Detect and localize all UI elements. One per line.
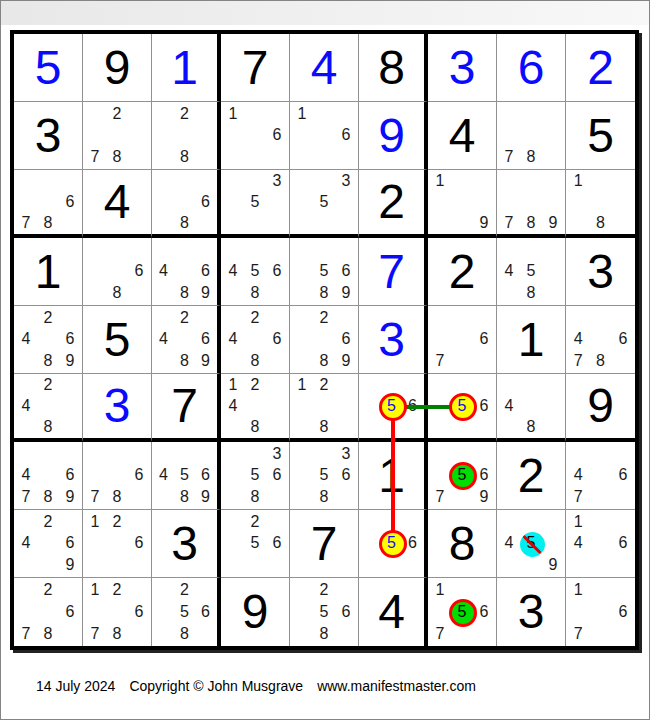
candidate-digit[interactable]: 9 — [335, 350, 357, 372]
candidate-digit[interactable]: 2 — [106, 579, 128, 601]
candidate-slot — [244, 443, 266, 465]
candidate-digit[interactable]: 6 — [612, 329, 634, 351]
candidate-digit[interactable]: 6 — [612, 533, 634, 555]
candidate-digit[interactable]: 8 — [106, 623, 128, 645]
cell-r7c9[interactable]: 467 — [566, 442, 635, 510]
candidate-digit[interactable]: 7 — [429, 623, 451, 645]
cell-r2c8[interactable]: 78 — [497, 102, 566, 170]
candidate-slot — [429, 416, 451, 437]
given-digit: 8 — [359, 34, 424, 101]
given-digit: 3 — [14, 102, 82, 169]
candidate-slot — [402, 511, 423, 533]
candidate-digit[interactable]: 8 — [174, 486, 195, 508]
candidate-digit[interactable]: 9 — [59, 554, 81, 576]
candidate-slot — [84, 282, 106, 304]
cell-r1c3[interactable]: 1 — [152, 34, 221, 102]
cell-r5c4[interactable]: 2468 — [221, 306, 290, 374]
candidate-digit[interactable]: 8 — [37, 416, 59, 437]
cell-r1c9[interactable]: 2 — [566, 34, 635, 102]
candidate-slot — [567, 212, 589, 233]
candidate-digit[interactable]: 8 — [244, 416, 266, 437]
cell-r3c6[interactable]: 2 — [359, 170, 428, 238]
candidate-digit[interactable]: 2 — [174, 579, 195, 601]
candidate-slot — [128, 239, 150, 261]
candidate-slot — [335, 146, 357, 168]
candidate-digit[interactable]: 8 — [244, 282, 266, 304]
candidate-digit[interactable]: 5 — [313, 465, 335, 487]
candidate-digit[interactable]: 5 — [244, 192, 266, 213]
candidate-digit[interactable]: 3 — [335, 443, 357, 465]
candidate-slot — [451, 171, 473, 192]
candidate-digit[interactable]: 8 — [589, 350, 611, 372]
candidate-slot — [291, 212, 313, 233]
candidate-digit[interactable]: 5 — [451, 601, 473, 623]
candidate-digit[interactable]: 1 — [567, 511, 589, 533]
candidate-grid: 12678 — [84, 579, 150, 645]
candidate-digit[interactable]: 1 — [291, 103, 313, 125]
candidate-slot — [244, 146, 266, 168]
candidate-slot — [15, 375, 37, 396]
cell-r3c4[interactable]: 35 — [221, 170, 290, 238]
candidate-digit[interactable]: 6 — [195, 601, 216, 623]
cell-r1c4[interactable]: 7 — [221, 34, 290, 102]
candidate-grid: 2469 — [15, 511, 81, 576]
cell-r4c5[interactable]: 5689 — [290, 238, 359, 306]
candidate-digit[interactable]: 4 — [222, 396, 244, 417]
candidate-digit[interactable]: 5 — [313, 261, 335, 283]
candidate-digit[interactable]: 7 — [567, 486, 589, 508]
cell-r9c1[interactable]: 2678 — [14, 578, 83, 646]
cell-r6c2[interactable]: 3 — [83, 374, 152, 442]
given-digit: 7 — [290, 510, 358, 577]
candidate-digit[interactable]: 6 — [266, 465, 288, 487]
candidate-digit[interactable]: 2 — [174, 307, 195, 329]
candidate-slot — [335, 375, 357, 396]
cell-r4c1[interactable]: 1 — [14, 238, 83, 306]
candidate-digit[interactable]: 7 — [498, 212, 520, 233]
candidate-digit[interactable]: 7 — [15, 212, 37, 233]
candidate-digit[interactable]: 5 — [174, 465, 195, 487]
candidate-digit[interactable]: 6 — [59, 465, 81, 487]
candidate-digit[interactable]: 4 — [153, 261, 174, 283]
candidate-digit[interactable]: 2 — [37, 307, 59, 329]
candidate-digit[interactable]: 5 — [520, 261, 542, 283]
cell-r4c2[interactable]: 68 — [83, 238, 152, 306]
candidate-digit[interactable]: 6 — [128, 533, 150, 555]
candidate-slot — [612, 486, 634, 508]
candidate-digit[interactable]: 8 — [244, 350, 266, 372]
candidate-slot — [451, 350, 473, 372]
candidate-digit[interactable]: 5 — [313, 192, 335, 213]
cell-r4c9[interactable]: 3 — [566, 238, 635, 306]
candidate-slot — [542, 511, 564, 533]
candidate-digit[interactable]: 6 — [59, 533, 81, 555]
cell-r3c2[interactable]: 4 — [83, 170, 152, 238]
candidate-digit[interactable]: 2 — [313, 375, 335, 396]
cell-r5c3[interactable]: 24689 — [152, 306, 221, 374]
candidate-digit[interactable]: 4 — [15, 533, 37, 555]
candidate-slot — [222, 171, 244, 192]
cell-r4c6[interactable]: 7 — [359, 238, 428, 306]
candidate-digit[interactable]: 6 — [612, 601, 634, 623]
candidate-digit[interactable]: 8 — [174, 350, 195, 372]
candidate-digit[interactable]: 2 — [37, 579, 59, 601]
cell-r1c5[interactable]: 4 — [290, 34, 359, 102]
candidate-digit[interactable]: 4 — [498, 261, 520, 283]
cell-r3c1[interactable]: 678 — [14, 170, 83, 238]
candidate-slot — [15, 601, 37, 623]
cell-r8c4[interactable]: 256 — [221, 510, 290, 578]
candidate-grid: 78 — [498, 103, 564, 168]
candidate-digit[interactable]: 8 — [174, 212, 195, 233]
candidate-slot — [195, 623, 216, 645]
candidate-digit[interactable]: 5 — [313, 601, 335, 623]
cell-r3c9[interactable]: 18 — [566, 170, 635, 238]
candidate-digit[interactable]: 7 — [429, 486, 451, 508]
candidate-slot — [451, 579, 473, 601]
candidate-digit[interactable]: 5 — [244, 465, 266, 487]
candidate-digit[interactable]: 8 — [313, 486, 335, 508]
candidate-slot — [266, 375, 288, 396]
cell-r1c6[interactable]: 8 — [359, 34, 428, 102]
cell-r3c3[interactable]: 68 — [152, 170, 221, 238]
candidate-slot — [37, 554, 59, 576]
candidate-digit[interactable]: 2 — [244, 307, 266, 329]
candidate-slot — [313, 171, 335, 192]
cell-r9c8[interactable]: 3 — [497, 578, 566, 646]
candidate-digit[interactable]: 9 — [542, 212, 564, 233]
candidate-slot — [335, 623, 357, 645]
candidate-digit[interactable]: 4 — [153, 465, 174, 487]
cell-r6c4[interactable]: 1248 — [221, 374, 290, 442]
candidate-digit[interactable]: 2 — [37, 511, 59, 533]
candidate-digit[interactable]: 9 — [195, 350, 216, 372]
given-digit: 3 — [152, 510, 217, 577]
candidate-digit[interactable]: 8 — [37, 212, 59, 233]
candidate-digit[interactable]: 8 — [520, 416, 542, 437]
cell-r1c1[interactable]: 5 — [14, 34, 83, 102]
candidate-digit[interactable]: 2 — [244, 511, 266, 533]
candidate-digit[interactable]: 1 — [84, 511, 106, 533]
candidate-digit[interactable]: 5 — [451, 396, 473, 417]
cell-r9c2[interactable]: 12678 — [83, 578, 152, 646]
candidate-digit[interactable]: 8 — [37, 486, 59, 508]
candidate-slot — [520, 511, 542, 533]
candidate-slot — [84, 601, 106, 623]
cell-r5c8[interactable]: 1 — [497, 306, 566, 374]
candidate-slot — [222, 192, 244, 213]
candidate-digit[interactable]: 1 — [222, 103, 244, 125]
candidate-grid: 2468 — [222, 307, 288, 372]
candidate-digit[interactable]: 8 — [589, 212, 611, 233]
candidate-slot — [313, 125, 335, 147]
candidate-digit[interactable]: 6 — [128, 601, 150, 623]
candidate-digit[interactable]: 7 — [567, 623, 589, 645]
candidate-digit[interactable]: 2 — [244, 375, 266, 396]
candidate-digit[interactable]: 9 — [59, 350, 81, 372]
candidate-slot — [335, 103, 357, 125]
cell-r7c8[interactable]: 2 — [497, 442, 566, 510]
candidate-digit[interactable]: 6 — [335, 125, 357, 147]
candidate-digit[interactable]: 2 — [313, 307, 335, 329]
candidate-grid: 67 — [429, 307, 495, 372]
candidate-grid: 4568 — [222, 239, 288, 304]
cell-r2c9[interactable]: 5 — [566, 102, 635, 170]
cell-r7c2[interactable]: 678 — [83, 442, 152, 510]
candidate-digit[interactable]: 8 — [106, 282, 128, 304]
candidate-digit[interactable]: 4 — [567, 329, 589, 351]
candidate-digit[interactable]: 4 — [498, 533, 520, 555]
candidate-digit[interactable]: 5 — [381, 396, 402, 417]
candidate-digit[interactable]: 9 — [542, 554, 564, 576]
candidate-digit[interactable]: 1 — [429, 171, 451, 192]
candidate-digit[interactable]: 2 — [106, 103, 128, 125]
candidate-slot — [195, 212, 216, 233]
candidate-digit[interactable]: 6 — [195, 465, 216, 487]
candidate-digit[interactable]: 8 — [37, 623, 59, 645]
candidate-grid: 19 — [429, 171, 495, 233]
cell-r1c7[interactable]: 3 — [428, 34, 497, 102]
candidate-digit[interactable]: 6 — [128, 261, 150, 283]
footer-website[interactable]: www.manifestmaster.com — [317, 678, 476, 694]
candidate-slot — [313, 103, 335, 125]
cell-r9c5[interactable]: 2568 — [290, 578, 359, 646]
candidate-slot — [589, 623, 611, 645]
cell-r9c3[interactable]: 2568 — [152, 578, 221, 646]
cell-r2c3[interactable]: 28 — [152, 102, 221, 170]
candidate-slot — [313, 396, 335, 417]
cell-r2c1[interactable]: 3 — [14, 102, 83, 170]
candidate-digit[interactable]: 6 — [335, 329, 357, 351]
candidate-digit[interactable]: 5 — [244, 261, 266, 283]
candidate-slot — [84, 465, 106, 487]
candidate-digit[interactable]: 4 — [567, 533, 589, 555]
cell-r9c9[interactable]: 167 — [566, 578, 635, 646]
candidate-digit[interactable]: 7 — [84, 146, 106, 168]
cell-r4c4[interactable]: 4568 — [221, 238, 290, 306]
cell-r8c3[interactable]: 3 — [152, 510, 221, 578]
candidate-digit[interactable]: 3 — [266, 443, 288, 465]
cell-r9c7[interactable]: 1567 — [428, 578, 497, 646]
candidate-digit[interactable]: 9 — [59, 486, 81, 508]
candidate-slot — [59, 416, 81, 437]
candidate-digit[interactable]: 6 — [473, 329, 495, 351]
candidate-slot — [589, 443, 611, 465]
cell-r7c7[interactable]: 5679 — [428, 442, 497, 510]
cell-r4c7[interactable]: 2 — [428, 238, 497, 306]
candidate-slot — [473, 579, 495, 601]
candidate-digit[interactable]: 5 — [381, 533, 402, 555]
cell-r3c7[interactable]: 19 — [428, 170, 497, 238]
candidate-digit[interactable]: 8 — [174, 146, 195, 168]
candidate-grid: 18 — [567, 171, 634, 233]
cell-r4c8[interactable]: 458 — [497, 238, 566, 306]
cell-r1c8[interactable]: 6 — [497, 34, 566, 102]
candidate-slot — [589, 601, 611, 623]
candidate-digit[interactable]: 6 — [59, 601, 81, 623]
candidate-digit[interactable]: 8 — [520, 212, 542, 233]
cell-r2c7[interactable]: 4 — [428, 102, 497, 170]
cell-r8c9[interactable]: 146 — [566, 510, 635, 578]
candidate-digit[interactable]: 2 — [37, 375, 59, 396]
cell-r7c5[interactable]: 3568 — [290, 442, 359, 510]
candidate-digit[interactable]: 9 — [335, 282, 357, 304]
candidate-digit[interactable]: 9 — [473, 212, 495, 233]
cell-r7c4[interactable]: 3568 — [221, 442, 290, 510]
cell-r6c3[interactable]: 7 — [152, 374, 221, 442]
candidate-slot — [451, 329, 473, 351]
candidate-digit[interactable]: 6 — [195, 261, 216, 283]
candidate-digit[interactable]: 7 — [498, 146, 520, 168]
candidate-digit[interactable]: 6 — [195, 192, 216, 213]
candidate-digit[interactable]: 6 — [335, 601, 357, 623]
candidate-slot — [291, 125, 313, 147]
candidate-slot — [174, 192, 195, 213]
cell-r1c2[interactable]: 9 — [83, 34, 152, 102]
candidate-digit[interactable]: 6 — [266, 261, 288, 283]
cell-r8c2[interactable]: 126 — [83, 510, 152, 578]
candidate-digit[interactable]: 1 — [222, 375, 244, 396]
candidate-digit[interactable]: 4 — [498, 396, 520, 417]
candidate-slot — [106, 239, 128, 261]
candidate-digit[interactable]: 7 — [84, 623, 106, 645]
cell-r5c6[interactable]: 3 — [359, 306, 428, 374]
candidate-digit[interactable]: 9 — [195, 486, 216, 508]
candidate-digit[interactable]: 2 — [313, 579, 335, 601]
cell-r2c2[interactable]: 278 — [83, 102, 152, 170]
candidate-digit[interactable]: 8 — [106, 486, 128, 508]
candidate-slot — [589, 192, 611, 213]
candidate-digit[interactable]: 4 — [222, 329, 244, 351]
candidate-slot — [542, 192, 564, 213]
cell-r8c1[interactable]: 2469 — [14, 510, 83, 578]
cell-r7c1[interactable]: 46789 — [14, 442, 83, 510]
candidate-digit[interactable]: 8 — [520, 146, 542, 168]
candidate-digit[interactable]: 8 — [520, 282, 542, 304]
candidate-digit[interactable]: 6 — [59, 192, 81, 213]
cell-r6c9[interactable]: 9 — [566, 374, 635, 442]
candidate-digit[interactable]: 6 — [335, 465, 357, 487]
candidate-slot — [59, 307, 81, 329]
candidate-digit[interactable]: 7 — [84, 486, 106, 508]
candidate-digit[interactable]: 1 — [84, 579, 106, 601]
cell-r6c5[interactable]: 128 — [290, 374, 359, 442]
candidate-digit[interactable]: 6 — [59, 329, 81, 351]
candidate-slot — [520, 239, 542, 261]
candidate-digit[interactable]: 9 — [473, 486, 495, 508]
candidate-slot — [612, 511, 634, 533]
candidate-digit[interactable]: 6 — [195, 329, 216, 351]
cell-r2c5[interactable]: 16 — [290, 102, 359, 170]
candidate-slot — [222, 443, 244, 465]
cell-r2c4[interactable]: 16 — [221, 102, 290, 170]
candidate-digit[interactable]: 8 — [174, 623, 195, 645]
candidate-digit[interactable]: 6 — [266, 533, 288, 555]
candidate-digit[interactable]: 9 — [195, 282, 216, 304]
candidate-digit[interactable]: 6 — [335, 261, 357, 283]
candidate-grid: 3568 — [222, 443, 288, 508]
cell-r7c3[interactable]: 45689 — [152, 442, 221, 510]
cell-r8c7[interactable]: 8 — [428, 510, 497, 578]
cell-r3c5[interactable]: 35 — [290, 170, 359, 238]
candidate-digit[interactable]: 8 — [174, 282, 195, 304]
cell-r6c1[interactable]: 248 — [14, 374, 83, 442]
candidate-slot — [473, 350, 495, 372]
footer-copyright: Copyright © John Musgrave — [129, 678, 303, 694]
candidate-slot — [37, 601, 59, 623]
candidate-digit[interactable]: 5 — [244, 533, 266, 555]
candidate-digit[interactable]: 5 — [174, 601, 195, 623]
candidate-digit[interactable]: 1 — [567, 579, 589, 601]
candidate-slot — [612, 623, 634, 645]
cell-r5c9[interactable]: 4678 — [566, 306, 635, 374]
candidate-digit[interactable]: 4 — [567, 465, 589, 487]
candidate-digit[interactable]: 7 — [429, 350, 451, 372]
candidate-slot — [59, 375, 81, 396]
candidate-digit[interactable]: 2 — [174, 103, 195, 125]
candidate-digit[interactable]: 4 — [153, 329, 174, 351]
candidate-slot — [542, 103, 564, 125]
candidate-digit[interactable]: 1 — [567, 171, 589, 192]
candidate-digit[interactable]: 2 — [106, 511, 128, 533]
cell-r9c4[interactable]: 9 — [221, 578, 290, 646]
candidate-digit[interactable]: 4 — [222, 261, 244, 283]
candidate-digit[interactable]: 6 — [266, 329, 288, 351]
candidate-slot — [498, 192, 520, 213]
candidate-digit[interactable]: 1 — [291, 375, 313, 396]
candidate-slot — [222, 465, 244, 487]
candidate-digit[interactable]: 8 — [313, 416, 335, 437]
candidate-digit[interactable]: 8 — [313, 350, 335, 372]
candidate-digit[interactable]: 6 — [612, 465, 634, 487]
candidate-slot — [612, 579, 634, 601]
candidate-digit[interactable]: 8 — [37, 350, 59, 372]
candidate-digit[interactable]: 7 — [15, 623, 37, 645]
candidate-digit[interactable]: 8 — [244, 486, 266, 508]
candidate-digit[interactable]: 7 — [567, 350, 589, 372]
candidate-digit[interactable]: 5 — [451, 465, 473, 487]
cell-r5c1[interactable]: 24689 — [14, 306, 83, 374]
cell-r6c8[interactable]: 48 — [497, 374, 566, 442]
candidate-digit[interactable]: 6 — [266, 125, 288, 147]
cell-r8c5[interactable]: 7 — [290, 510, 359, 578]
cell-r5c7[interactable]: 67 — [428, 306, 497, 374]
cell-r2c6[interactable]: 9 — [359, 102, 428, 170]
candidate-digit[interactable]: 4 — [15, 396, 37, 417]
candidate-digit[interactable]: 8 — [106, 146, 128, 168]
cell-r5c5[interactable]: 2689 — [290, 306, 359, 374]
candidate-digit[interactable]: 4 — [15, 329, 37, 351]
candidate-digit[interactable]: 3 — [266, 171, 288, 192]
cell-r5c2[interactable]: 5 — [83, 306, 152, 374]
cell-r4c3[interactable]: 4689 — [152, 238, 221, 306]
candidate-digit[interactable]: 1 — [429, 579, 451, 601]
candidate-digit[interactable]: 8 — [313, 623, 335, 645]
candidate-slot — [335, 486, 357, 508]
candidate-digit[interactable]: 4 — [15, 465, 37, 487]
candidate-slot — [291, 601, 313, 623]
candidate-digit[interactable]: 7 — [15, 486, 37, 508]
solved-digit: 3 — [83, 374, 151, 438]
candidate-slot — [106, 261, 128, 283]
candidate-digit[interactable]: 8 — [313, 282, 335, 304]
cell-r9c6[interactable]: 4 — [359, 578, 428, 646]
cell-r3c8[interactable]: 789 — [497, 170, 566, 238]
candidate-digit[interactable]: 3 — [335, 171, 357, 192]
candidate-slot — [174, 239, 195, 261]
candidate-slot — [498, 125, 520, 147]
candidate-digit[interactable]: 6 — [128, 465, 150, 487]
